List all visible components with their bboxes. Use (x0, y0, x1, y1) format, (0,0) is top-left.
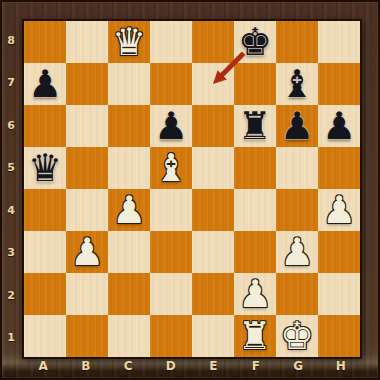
square-g4[interactable] (276, 189, 318, 231)
rank-label-5: 5 (0, 147, 22, 190)
square-b2[interactable] (66, 273, 108, 315)
square-f5[interactable] (234, 147, 276, 189)
rank-label-6: 6 (0, 104, 22, 147)
piece-white-pawn[interactable]: ♟ (234, 273, 276, 315)
piece-white-pawn[interactable]: ♟ (276, 231, 318, 273)
square-b6[interactable] (66, 105, 108, 147)
piece-white-pawn[interactable]: ♟ (66, 231, 108, 273)
square-f4[interactable] (234, 189, 276, 231)
square-c6[interactable] (108, 105, 150, 147)
square-b3[interactable]: ♟ (66, 231, 108, 273)
file-label-b: B (65, 357, 108, 375)
square-e5[interactable] (192, 147, 234, 189)
file-label-d: D (150, 357, 193, 375)
square-a7[interactable]: ♟ (24, 63, 66, 105)
square-e2[interactable] (192, 273, 234, 315)
square-b5[interactable] (66, 147, 108, 189)
piece-white-queen[interactable]: ♛ (108, 21, 150, 63)
square-h3[interactable] (318, 231, 360, 273)
square-b1[interactable] (66, 315, 108, 357)
rank-label-1: 1 (0, 317, 22, 360)
square-h5[interactable] (318, 147, 360, 189)
square-g3[interactable]: ♟ (276, 231, 318, 273)
square-h8[interactable] (318, 21, 360, 63)
square-d3[interactable] (150, 231, 192, 273)
square-f7[interactable] (234, 63, 276, 105)
square-f2[interactable]: ♟ (234, 273, 276, 315)
square-c3[interactable] (108, 231, 150, 273)
square-h6[interactable]: ♟ (318, 105, 360, 147)
square-c4[interactable]: ♟ (108, 189, 150, 231)
square-a4[interactable] (24, 189, 66, 231)
rank-label-2: 2 (0, 274, 22, 317)
piece-black-king[interactable]: ♚ (234, 21, 276, 63)
piece-white-king[interactable]: ♚ (276, 315, 318, 357)
file-labels: ABCDEFGH (22, 357, 362, 375)
piece-black-queen[interactable]: ♛ (24, 147, 66, 189)
piece-black-pawn[interactable]: ♟ (150, 105, 192, 147)
square-d5[interactable]: ♝ (150, 147, 192, 189)
square-g1[interactable]: ♚ (276, 315, 318, 357)
square-g2[interactable] (276, 273, 318, 315)
square-c1[interactable] (108, 315, 150, 357)
file-label-e: E (192, 357, 235, 375)
square-a1[interactable] (24, 315, 66, 357)
square-b8[interactable] (66, 21, 108, 63)
square-f6[interactable]: ♜ (234, 105, 276, 147)
piece-white-pawn[interactable]: ♟ (318, 189, 360, 231)
file-label-h: H (320, 357, 363, 375)
square-d4[interactable] (150, 189, 192, 231)
square-d1[interactable] (150, 315, 192, 357)
file-label-f: F (235, 357, 278, 375)
square-e4[interactable] (192, 189, 234, 231)
square-d7[interactable] (150, 63, 192, 105)
square-g5[interactable] (276, 147, 318, 189)
square-g8[interactable] (276, 21, 318, 63)
square-c5[interactable] (108, 147, 150, 189)
square-f8[interactable]: ♚ (234, 21, 276, 63)
square-d8[interactable] (150, 21, 192, 63)
square-a3[interactable] (24, 231, 66, 273)
square-h4[interactable]: ♟ (318, 189, 360, 231)
square-e3[interactable] (192, 231, 234, 273)
square-c8[interactable]: ♛ (108, 21, 150, 63)
piece-black-rook[interactable]: ♜ (234, 105, 276, 147)
square-h2[interactable] (318, 273, 360, 315)
square-e8[interactable] (192, 21, 234, 63)
piece-black-pawn[interactable]: ♟ (24, 63, 66, 105)
square-d2[interactable] (150, 273, 192, 315)
square-d6[interactable]: ♟ (150, 105, 192, 147)
square-a8[interactable] (24, 21, 66, 63)
square-c2[interactable] (108, 273, 150, 315)
square-e7[interactable] (192, 63, 234, 105)
square-b4[interactable] (66, 189, 108, 231)
square-e1[interactable] (192, 315, 234, 357)
piece-black-pawn[interactable]: ♟ (318, 105, 360, 147)
square-f3[interactable] (234, 231, 276, 273)
file-label-a: A (22, 357, 65, 375)
piece-black-pawn[interactable]: ♟ (276, 105, 318, 147)
piece-black-bishop[interactable]: ♝ (276, 63, 318, 105)
rank-label-3: 3 (0, 232, 22, 275)
square-a6[interactable] (24, 105, 66, 147)
square-a2[interactable] (24, 273, 66, 315)
board-frame: ♛♚♟♝♟♜♟♟♛♝♟♟♟♟♟♜♚ 87654321 ABCDEFGH (0, 0, 380, 380)
chess-board: ♛♚♟♝♟♜♟♟♛♝♟♟♟♟♟♜♚ (22, 19, 362, 359)
square-f1[interactable]: ♜ (234, 315, 276, 357)
square-h1[interactable] (318, 315, 360, 357)
piece-white-rook[interactable]: ♜ (234, 315, 276, 357)
rank-labels: 87654321 (0, 19, 22, 359)
square-g6[interactable]: ♟ (276, 105, 318, 147)
file-label-g: G (277, 357, 320, 375)
square-a5[interactable]: ♛ (24, 147, 66, 189)
square-h7[interactable] (318, 63, 360, 105)
square-g7[interactable]: ♝ (276, 63, 318, 105)
square-e6[interactable] (192, 105, 234, 147)
square-b7[interactable] (66, 63, 108, 105)
piece-white-pawn[interactable]: ♟ (108, 189, 150, 231)
square-c7[interactable] (108, 63, 150, 105)
rank-label-7: 7 (0, 62, 22, 105)
rank-label-8: 8 (0, 19, 22, 62)
file-label-c: C (107, 357, 150, 375)
piece-white-bishop[interactable]: ♝ (150, 147, 192, 189)
rank-label-4: 4 (0, 189, 22, 232)
